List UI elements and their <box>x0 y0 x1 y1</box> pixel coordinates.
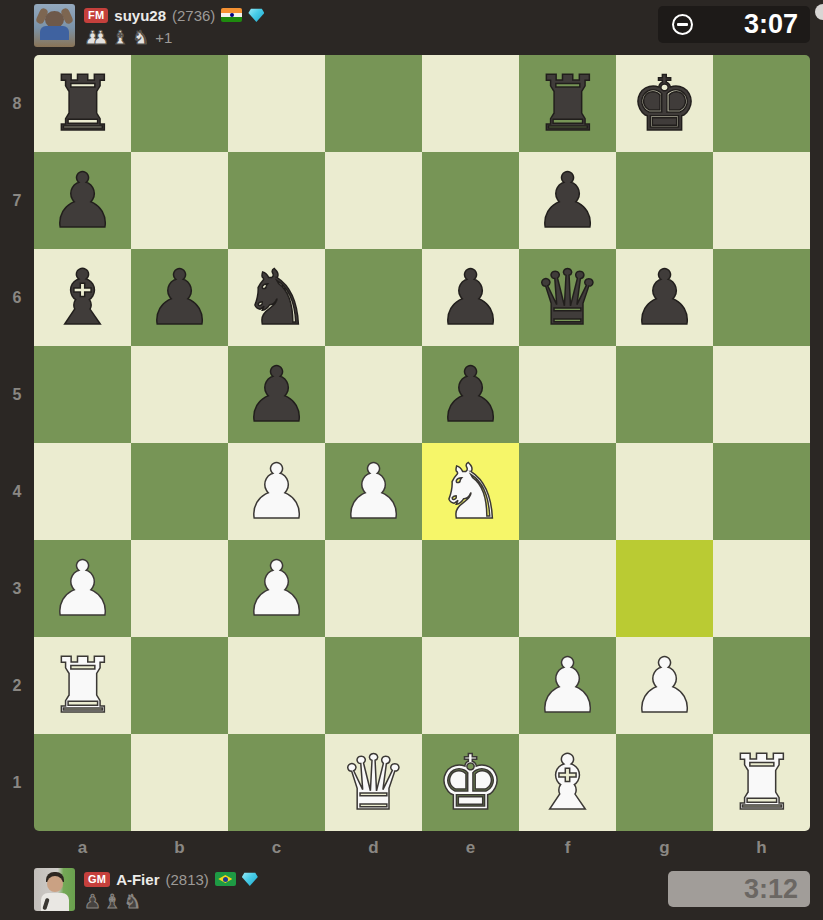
white-rook[interactable]: ♜ <box>48 637 116 734</box>
avatar-figure <box>40 26 69 40</box>
captured-pawn-icon: ♟ <box>92 27 109 47</box>
square-b4[interactable] <box>131 443 228 540</box>
black-pawn[interactable]: ♟ <box>48 152 116 249</box>
square-f6[interactable]: ♛ <box>519 249 616 346</box>
rank-label-2: 2 <box>0 637 34 734</box>
square-d1[interactable]: ♛ <box>325 734 422 831</box>
black-rook[interactable]: ♜ <box>533 55 601 152</box>
square-h2[interactable] <box>713 637 810 734</box>
white-pawn[interactable]: ♟ <box>533 637 601 734</box>
square-a6[interactable]: ♝ <box>34 249 131 346</box>
black-rook[interactable]: ♜ <box>48 55 116 152</box>
square-d8[interactable] <box>325 55 422 152</box>
square-e7[interactable] <box>422 152 519 249</box>
white-queen[interactable]: ♛ <box>339 734 407 831</box>
black-pawn[interactable]: ♟ <box>242 346 310 443</box>
partial-gear-icon[interactable] <box>815 4 823 20</box>
rank-label-3: 3 <box>0 540 34 637</box>
bottom-captured-pieces: ♟♝♞ <box>84 891 258 911</box>
white-bishop[interactable]: ♝ <box>533 734 601 831</box>
square-g8[interactable]: ♚ <box>616 55 713 152</box>
square-h1[interactable]: ♜ <box>713 734 810 831</box>
square-d3[interactable] <box>325 540 422 637</box>
file-label-c: c <box>228 833 325 863</box>
square-d7[interactable] <box>325 152 422 249</box>
captured-pawn-icon: ♟ <box>84 891 101 911</box>
square-g5[interactable] <box>616 346 713 443</box>
top-clock-time: 3:07 <box>744 9 798 40</box>
captured-knight-icon: ♞ <box>124 891 141 911</box>
black-queen[interactable]: ♛ <box>533 249 601 346</box>
square-e8[interactable] <box>422 55 519 152</box>
square-e1[interactable]: ♚ <box>422 734 519 831</box>
white-pawn[interactable]: ♟ <box>242 540 310 637</box>
square-a1[interactable] <box>34 734 131 831</box>
square-b1[interactable] <box>131 734 228 831</box>
gm-title-badge[interactable]: GM <box>84 872 110 887</box>
top-player-avatar[interactable] <box>34 4 75 47</box>
fm-title-badge[interactable]: FM <box>84 8 108 23</box>
bottom-player-bar: GM A-Fier (2813) ♟♝♞ <box>34 868 258 914</box>
top-player-name[interactable]: suyu28 <box>114 7 166 24</box>
square-b6[interactable]: ♟ <box>131 249 228 346</box>
square-f5[interactable] <box>519 346 616 443</box>
bottom-player-name[interactable]: A-Fier <box>116 871 159 888</box>
square-f1[interactable]: ♝ <box>519 734 616 831</box>
square-g6[interactable]: ♟ <box>616 249 713 346</box>
black-pawn[interactable]: ♟ <box>630 249 698 346</box>
square-c3[interactable]: ♟ <box>228 540 325 637</box>
rank-label-4: 4 <box>0 443 34 540</box>
square-c7[interactable] <box>228 152 325 249</box>
file-label-a: a <box>34 833 131 863</box>
diamond-membership-icon <box>248 8 264 22</box>
square-g3[interactable] <box>616 540 713 637</box>
captured-knight-icon: ♞ <box>132 27 149 47</box>
black-king[interactable]: ♚ <box>630 55 698 152</box>
square-e6[interactable]: ♟ <box>422 249 519 346</box>
material-advantage: +1 <box>155 29 172 46</box>
bottom-player-clock: 3:12 <box>668 871 810 907</box>
square-c1[interactable] <box>228 734 325 831</box>
square-h6[interactable] <box>713 249 810 346</box>
square-d4[interactable]: ♟ <box>325 443 422 540</box>
black-knight[interactable]: ♞ <box>242 249 310 346</box>
file-label-d: d <box>325 833 422 863</box>
square-a3[interactable]: ♟ <box>34 540 131 637</box>
white-pawn[interactable]: ♟ <box>339 443 407 540</box>
black-pawn[interactable]: ♟ <box>436 346 504 443</box>
file-label-h: h <box>713 833 810 863</box>
bottom-player-avatar[interactable] <box>34 868 75 911</box>
square-c6[interactable]: ♞ <box>228 249 325 346</box>
square-a2[interactable]: ♜ <box>34 637 131 734</box>
square-h4[interactable] <box>713 443 810 540</box>
bottom-clock-time: 3:12 <box>744 874 798 905</box>
brazil-flag-icon <box>215 872 236 886</box>
square-a4[interactable] <box>34 443 131 540</box>
file-label-f: f <box>519 833 616 863</box>
square-g4[interactable] <box>616 443 713 540</box>
black-pawn[interactable]: ♟ <box>533 152 601 249</box>
square-g1[interactable] <box>616 734 713 831</box>
square-g2[interactable]: ♟ <box>616 637 713 734</box>
square-h7[interactable] <box>713 152 810 249</box>
square-e2[interactable] <box>422 637 519 734</box>
square-e4[interactable]: ♞ <box>422 443 519 540</box>
square-h3[interactable] <box>713 540 810 637</box>
black-pawn[interactable]: ♟ <box>145 249 213 346</box>
rank-label-1: 1 <box>0 734 34 831</box>
top-player-clock: 3:07 <box>658 6 810 43</box>
file-label-b: b <box>131 833 228 863</box>
india-flag-icon <box>221 8 242 22</box>
square-c8[interactable] <box>228 55 325 152</box>
square-b7[interactable] <box>131 152 228 249</box>
white-pawn[interactable]: ♟ <box>242 443 310 540</box>
square-a5[interactable] <box>34 346 131 443</box>
square-g7[interactable] <box>616 152 713 249</box>
square-f7[interactable]: ♟ <box>519 152 616 249</box>
file-label-g: g <box>616 833 713 863</box>
avatar-figure <box>47 876 63 892</box>
chess-board: ♜♜♚♟♟♝♟♞♟♛♟♟♟♟♟♞♟♟♜♟♟♛♚♝♜ <box>34 55 810 831</box>
rank-labels: 87654321 <box>0 55 34 831</box>
square-d5[interactable] <box>325 346 422 443</box>
white-pawn[interactable]: ♟ <box>630 637 698 734</box>
square-f2[interactable]: ♟ <box>519 637 616 734</box>
square-b2[interactable] <box>131 637 228 734</box>
square-e5[interactable]: ♟ <box>422 346 519 443</box>
captured-bishop-icon: ♝ <box>112 27 129 47</box>
black-pawn[interactable]: ♟ <box>436 249 504 346</box>
square-f4[interactable] <box>519 443 616 540</box>
square-f3[interactable] <box>519 540 616 637</box>
top-player-rating: (2736) <box>172 7 215 24</box>
square-a8[interactable]: ♜ <box>34 55 131 152</box>
square-c4[interactable]: ♟ <box>228 443 325 540</box>
top-captured-pieces: ♟♟♝♞+1 <box>84 27 264 47</box>
white-rook[interactable]: ♜ <box>727 734 795 831</box>
square-f8[interactable]: ♜ <box>519 55 616 152</box>
white-pawn[interactable]: ♟ <box>48 540 116 637</box>
white-king[interactable]: ♚ <box>436 734 504 831</box>
square-h5[interactable] <box>713 346 810 443</box>
bottom-player-rating: (2813) <box>165 871 208 888</box>
square-b3[interactable] <box>131 540 228 637</box>
square-c5[interactable]: ♟ <box>228 346 325 443</box>
square-b8[interactable] <box>131 55 228 152</box>
square-a7[interactable]: ♟ <box>34 152 131 249</box>
top-player-bar: FM suyu28 (2736) ♟♟♝♞+1 <box>34 4 264 48</box>
file-label-e: e <box>422 833 519 863</box>
rank-label-8: 8 <box>0 55 34 152</box>
black-bishop[interactable]: ♝ <box>48 249 116 346</box>
file-labels: abcdefgh <box>34 833 810 863</box>
captured-bishop-icon: ♝ <box>104 891 121 911</box>
minus-circle-icon <box>672 14 693 35</box>
square-b5[interactable] <box>131 346 228 443</box>
diamond-membership-icon <box>242 872 258 886</box>
rank-label-5: 5 <box>0 346 34 443</box>
square-h8[interactable] <box>713 55 810 152</box>
square-d2[interactable] <box>325 637 422 734</box>
white-knight[interactable]: ♞ <box>436 443 504 540</box>
square-e3[interactable] <box>422 540 519 637</box>
square-d6[interactable] <box>325 249 422 346</box>
rank-label-7: 7 <box>0 152 34 249</box>
square-c2[interactable] <box>228 637 325 734</box>
rank-label-6: 6 <box>0 249 34 346</box>
